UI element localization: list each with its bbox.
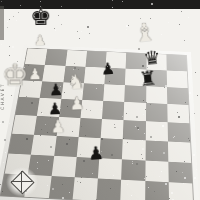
- square-e4[interactable]: [101, 119, 124, 139]
- square-g5[interactable]: [146, 103, 168, 122]
- black-pawn-e2[interactable]: ♟: [87, 144, 104, 163]
- white-bishop-g8[interactable]: ♝: [133, 19, 158, 46]
- square-h5[interactable]: [167, 104, 189, 123]
- square-f2[interactable]: [121, 159, 145, 181]
- square-e1[interactable]: [96, 179, 121, 200]
- black-pawn-c5[interactable]: ♟: [49, 82, 64, 98]
- square-h6[interactable]: [167, 87, 189, 105]
- white-knight-d5[interactable]: ♞: [67, 71, 86, 92]
- board-maker-logo: [6, 167, 38, 197]
- square-h1[interactable]: [168, 182, 193, 200]
- square-h2[interactable]: [168, 161, 192, 183]
- white-pawn-b7[interactable]: ♟: [34, 33, 47, 47]
- square-b3[interactable]: [31, 135, 56, 156]
- black-king-b8[interactable]: ♚: [30, 5, 52, 29]
- square-e5[interactable]: [102, 101, 124, 120]
- square-c3[interactable]: [54, 136, 79, 157]
- white-pawn-d4[interactable]: ♟: [69, 95, 85, 113]
- black-rook-g5[interactable]: ♜: [138, 68, 158, 90]
- square-d1[interactable]: [72, 177, 98, 200]
- white-king-a5[interactable]: ♚: [2, 60, 29, 90]
- square-h3[interactable]: [168, 141, 191, 162]
- square-g2[interactable]: [145, 160, 169, 182]
- square-a5[interactable]: [16, 97, 40, 116]
- square-a3[interactable]: [9, 133, 35, 154]
- white-pawn-c3[interactable]: ♟: [50, 118, 66, 136]
- square-h4[interactable]: [167, 122, 190, 142]
- square-f5[interactable]: [124, 102, 146, 121]
- square-b8[interactable]: [45, 49, 67, 65]
- black-pawn-c4[interactable]: ♟: [48, 101, 63, 117]
- square-c8[interactable]: [65, 50, 87, 66]
- square-g4[interactable]: [145, 121, 167, 141]
- board-edge-shadow: [0, 6, 4, 40]
- black-pawn-f6[interactable]: ♟: [100, 61, 116, 78]
- white-pawn-b5[interactable]: ♟: [28, 67, 42, 82]
- square-d4[interactable]: [78, 118, 102, 138]
- photo-of-chess-position: CHAVET ♚♝♟♛♟♚♟♟♞♜♟♟♟♟: [0, 0, 200, 200]
- square-c1[interactable]: [48, 176, 74, 199]
- square-e6[interactable]: [103, 84, 125, 102]
- logo-cross-icon: [11, 181, 32, 182]
- square-f4[interactable]: [123, 120, 146, 140]
- logo-diamond-icon: [10, 170, 34, 194]
- square-f3[interactable]: [122, 139, 145, 160]
- square-h7[interactable]: [166, 70, 187, 87]
- square-c2[interactable]: [51, 155, 76, 177]
- square-a4[interactable]: [12, 115, 37, 135]
- square-f1[interactable]: [120, 180, 144, 200]
- square-g1[interactable]: [145, 181, 169, 200]
- square-h8[interactable]: [166, 55, 187, 72]
- square-g3[interactable]: [145, 140, 168, 161]
